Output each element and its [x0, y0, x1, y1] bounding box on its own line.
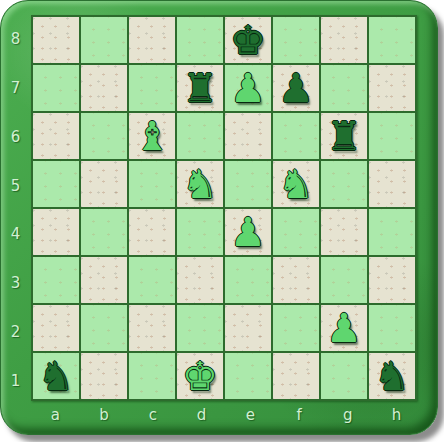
- square-g5[interactable]: [321, 161, 367, 207]
- square-a4[interactable]: [33, 209, 79, 255]
- square-a6[interactable]: [33, 113, 79, 159]
- square-b4[interactable]: [81, 209, 127, 255]
- square-c3[interactable]: [129, 257, 175, 303]
- square-g6[interactable]: ♜: [321, 113, 367, 159]
- square-a8[interactable]: [33, 17, 79, 63]
- square-h8[interactable]: [369, 17, 415, 63]
- piece-dark-knight-h1[interactable]: ♞: [374, 353, 410, 399]
- piece-light-pawn-e4[interactable]: ♟: [230, 209, 266, 255]
- square-e3[interactable]: [225, 257, 271, 303]
- piece-light-knight-f5[interactable]: ♞: [278, 161, 314, 207]
- file-label-f: f: [275, 401, 324, 429]
- rank-label-5: 5: [0, 161, 31, 210]
- file-labels: abcdefgh: [31, 401, 421, 429]
- square-b2[interactable]: [81, 305, 127, 351]
- square-d5[interactable]: ♞: [177, 161, 223, 207]
- square-a1[interactable]: ♞: [33, 353, 79, 399]
- piece-light-pawn-g2[interactable]: ♟: [326, 305, 362, 351]
- square-e2[interactable]: [225, 305, 271, 351]
- piece-light-king-d1[interactable]: ♚: [182, 353, 218, 399]
- square-d1[interactable]: ♚: [177, 353, 223, 399]
- square-d7[interactable]: ♜: [177, 65, 223, 111]
- square-g2[interactable]: ♟: [321, 305, 367, 351]
- square-g4[interactable]: [321, 209, 367, 255]
- square-h6[interactable]: [369, 113, 415, 159]
- square-c7[interactable]: [129, 65, 175, 111]
- square-d2[interactable]: [177, 305, 223, 351]
- square-f4[interactable]: [273, 209, 319, 255]
- piece-light-pawn-e7[interactable]: ♟: [230, 65, 266, 111]
- square-a7[interactable]: [33, 65, 79, 111]
- rank-label-2: 2: [0, 308, 31, 357]
- square-f3[interactable]: [273, 257, 319, 303]
- square-f7[interactable]: ♟: [273, 65, 319, 111]
- square-b3[interactable]: [81, 257, 127, 303]
- square-g7[interactable]: [321, 65, 367, 111]
- square-b1[interactable]: [81, 353, 127, 399]
- square-h5[interactable]: [369, 161, 415, 207]
- piece-dark-rook-g6[interactable]: ♜: [326, 113, 362, 159]
- square-f5[interactable]: ♞: [273, 161, 319, 207]
- file-label-d: d: [177, 401, 226, 429]
- rank-label-8: 8: [0, 15, 31, 64]
- square-a3[interactable]: [33, 257, 79, 303]
- square-f2[interactable]: [273, 305, 319, 351]
- file-label-a: a: [31, 401, 80, 429]
- square-h7[interactable]: [369, 65, 415, 111]
- square-h3[interactable]: [369, 257, 415, 303]
- square-h4[interactable]: [369, 209, 415, 255]
- square-h1[interactable]: ♞: [369, 353, 415, 399]
- square-d6[interactable]: [177, 113, 223, 159]
- square-d8[interactable]: [177, 17, 223, 63]
- square-g8[interactable]: [321, 17, 367, 63]
- square-a2[interactable]: [33, 305, 79, 351]
- square-a5[interactable]: [33, 161, 79, 207]
- square-e6[interactable]: [225, 113, 271, 159]
- file-label-e: e: [226, 401, 275, 429]
- square-h2[interactable]: [369, 305, 415, 351]
- piece-dark-rook-d7[interactable]: ♜: [182, 65, 218, 111]
- square-c6[interactable]: ♝: [129, 113, 175, 159]
- square-d4[interactable]: [177, 209, 223, 255]
- rank-label-7: 7: [0, 64, 31, 113]
- piece-light-bishop-c6[interactable]: ♝: [134, 113, 170, 159]
- square-g3[interactable]: [321, 257, 367, 303]
- square-b5[interactable]: [81, 161, 127, 207]
- rank-label-6: 6: [0, 113, 31, 162]
- square-e4[interactable]: ♟: [225, 209, 271, 255]
- square-d3[interactable]: [177, 257, 223, 303]
- square-f6[interactable]: [273, 113, 319, 159]
- file-label-b: b: [80, 401, 129, 429]
- square-b8[interactable]: [81, 17, 127, 63]
- square-c4[interactable]: [129, 209, 175, 255]
- chess-app-window: 87654321 ♚♜♟♟♝♜♞♞♟♟♞♚♞ abcdefgh: [0, 0, 444, 442]
- rank-labels: 87654321: [0, 15, 31, 405]
- square-e7[interactable]: ♟: [225, 65, 271, 111]
- square-e5[interactable]: [225, 161, 271, 207]
- chess-board[interactable]: ♚♜♟♟♝♜♞♞♟♟♞♚♞: [31, 15, 417, 401]
- square-g1[interactable]: [321, 353, 367, 399]
- file-label-c: c: [129, 401, 178, 429]
- square-c2[interactable]: [129, 305, 175, 351]
- square-f8[interactable]: [273, 17, 319, 63]
- file-label-h: h: [372, 401, 421, 429]
- piece-dark-knight-a1[interactable]: ♞: [38, 353, 74, 399]
- piece-dark-pawn-f7[interactable]: ♟: [278, 65, 314, 111]
- file-label-g: g: [324, 401, 373, 429]
- rank-label-3: 3: [0, 259, 31, 308]
- square-c8[interactable]: [129, 17, 175, 63]
- square-b7[interactable]: [81, 65, 127, 111]
- square-c5[interactable]: [129, 161, 175, 207]
- piece-dark-king-e8[interactable]: ♚: [230, 17, 266, 63]
- square-b6[interactable]: [81, 113, 127, 159]
- square-e8[interactable]: ♚: [225, 17, 271, 63]
- rank-label-4: 4: [0, 210, 31, 259]
- square-c1[interactable]: [129, 353, 175, 399]
- rank-label-1: 1: [0, 356, 31, 405]
- square-f1[interactable]: [273, 353, 319, 399]
- piece-light-knight-d5[interactable]: ♞: [182, 161, 218, 207]
- square-e1[interactable]: [225, 353, 271, 399]
